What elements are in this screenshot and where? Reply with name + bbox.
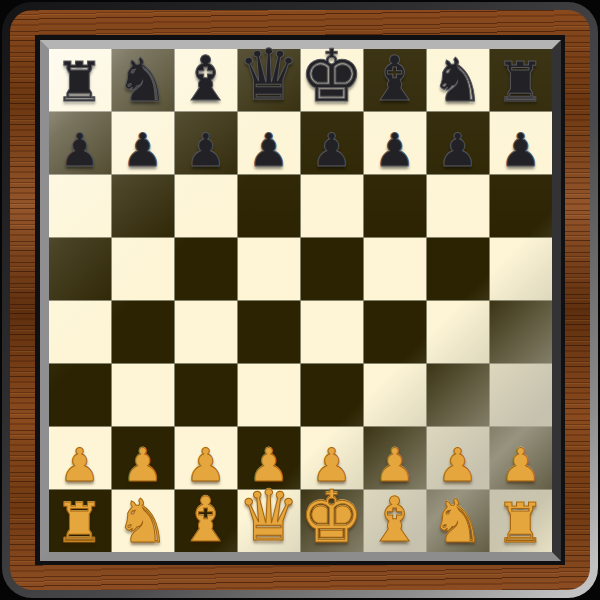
square-a3[interactable] — [49, 364, 111, 426]
piece-black-pawn-b7[interactable]: ♟ — [122, 127, 163, 173]
square-f1[interactable]: ♝ — [364, 490, 426, 552]
piece-black-bishop-c8[interactable]: ♝ — [178, 48, 234, 110]
piece-black-bishop-f8[interactable]: ♝ — [367, 48, 423, 110]
piece-black-king-e8[interactable]: ♚ — [299, 40, 364, 112]
piece-black-pawn-e7[interactable]: ♟ — [311, 127, 352, 173]
square-b8[interactable]: ♞ — [112, 49, 174, 111]
piece-black-knight-b8[interactable]: ♞ — [116, 50, 170, 110]
square-d4[interactable] — [238, 301, 300, 363]
piece-white-bishop-c1[interactable]: ♝ — [178, 489, 234, 551]
piece-black-rook-a8[interactable]: ♜ — [55, 55, 104, 110]
square-a6[interactable] — [49, 175, 111, 237]
chess-app: ♜♞♝♛♚♝♞♜♟♟♟♟♟♟♟♟♟♟♟♟♟♟♟♟♜♞♝♛♚♝♞♜ — [0, 0, 600, 600]
piece-black-rook-h8[interactable]: ♜ — [496, 55, 545, 110]
piece-white-pawn-g2[interactable]: ♟ — [437, 442, 478, 488]
square-c8[interactable]: ♝ — [175, 49, 237, 111]
piece-white-king-e1[interactable]: ♚ — [299, 481, 364, 553]
piece-black-pawn-f7[interactable]: ♟ — [374, 127, 415, 173]
square-g7[interactable]: ♟ — [427, 112, 489, 174]
square-e8[interactable]: ♚ — [301, 49, 363, 111]
square-h4[interactable] — [490, 301, 552, 363]
square-h6[interactable] — [490, 175, 552, 237]
square-b2[interactable]: ♟ — [112, 427, 174, 489]
square-d1[interactable]: ♛ — [238, 490, 300, 552]
piece-white-pawn-b2[interactable]: ♟ — [122, 442, 163, 488]
square-h2[interactable]: ♟ — [490, 427, 552, 489]
square-a1[interactable]: ♜ — [49, 490, 111, 552]
square-e4[interactable] — [301, 301, 363, 363]
square-g4[interactable] — [427, 301, 489, 363]
square-g5[interactable] — [427, 238, 489, 300]
square-g2[interactable]: ♟ — [427, 427, 489, 489]
square-h3[interactable] — [490, 364, 552, 426]
square-f3[interactable] — [364, 364, 426, 426]
square-b3[interactable] — [112, 364, 174, 426]
square-b1[interactable]: ♞ — [112, 490, 174, 552]
piece-black-pawn-c7[interactable]: ♟ — [185, 127, 226, 173]
piece-white-pawn-h2[interactable]: ♟ — [500, 442, 541, 488]
square-b4[interactable] — [112, 301, 174, 363]
board: ♜♞♝♛♚♝♞♜♟♟♟♟♟♟♟♟♟♟♟♟♟♟♟♟♜♞♝♛♚♝♞♜ — [49, 49, 552, 552]
piece-white-rook-h1[interactable]: ♜ — [496, 496, 545, 551]
square-f8[interactable]: ♝ — [364, 49, 426, 111]
board-bevel: ♜♞♝♛♚♝♞♜♟♟♟♟♟♟♟♟♟♟♟♟♟♟♟♟♜♞♝♛♚♝♞♜ — [40, 40, 561, 561]
square-g1[interactable]: ♞ — [427, 490, 489, 552]
square-a2[interactable]: ♟ — [49, 427, 111, 489]
square-d6[interactable] — [238, 175, 300, 237]
piece-black-queen-d8[interactable]: ♛ — [237, 40, 300, 110]
square-f7[interactable]: ♟ — [364, 112, 426, 174]
square-c3[interactable] — [175, 364, 237, 426]
piece-white-pawn-f2[interactable]: ♟ — [374, 442, 415, 488]
square-c2[interactable]: ♟ — [175, 427, 237, 489]
board-well: ♜♞♝♛♚♝♞♜♟♟♟♟♟♟♟♟♟♟♟♟♟♟♟♟♜♞♝♛♚♝♞♜ — [35, 35, 565, 565]
square-f2[interactable]: ♟ — [364, 427, 426, 489]
square-g3[interactable] — [427, 364, 489, 426]
square-h1[interactable]: ♜ — [490, 490, 552, 552]
piece-black-pawn-a7[interactable]: ♟ — [59, 127, 100, 173]
square-a4[interactable] — [49, 301, 111, 363]
square-h8[interactable]: ♜ — [490, 49, 552, 111]
piece-white-rook-a1[interactable]: ♜ — [55, 496, 104, 551]
square-d3[interactable] — [238, 364, 300, 426]
piece-white-pawn-a2[interactable]: ♟ — [59, 442, 100, 488]
piece-white-knight-g1[interactable]: ♞ — [431, 491, 485, 551]
square-e3[interactable] — [301, 364, 363, 426]
square-d8[interactable]: ♛ — [238, 49, 300, 111]
square-f5[interactable] — [364, 238, 426, 300]
square-f6[interactable] — [364, 175, 426, 237]
square-c7[interactable]: ♟ — [175, 112, 237, 174]
square-c1[interactable]: ♝ — [175, 490, 237, 552]
square-d7[interactable]: ♟ — [238, 112, 300, 174]
square-e6[interactable] — [301, 175, 363, 237]
square-a5[interactable] — [49, 238, 111, 300]
square-b5[interactable] — [112, 238, 174, 300]
piece-black-pawn-g7[interactable]: ♟ — [437, 127, 478, 173]
piece-white-bishop-f1[interactable]: ♝ — [367, 489, 423, 551]
square-e1[interactable]: ♚ — [301, 490, 363, 552]
piece-white-queen-d1[interactable]: ♛ — [237, 481, 300, 551]
piece-white-knight-b1[interactable]: ♞ — [116, 491, 170, 551]
square-a7[interactable]: ♟ — [49, 112, 111, 174]
square-h5[interactable] — [490, 238, 552, 300]
piece-white-pawn-c2[interactable]: ♟ — [185, 442, 226, 488]
square-b7[interactable]: ♟ — [112, 112, 174, 174]
square-d5[interactable] — [238, 238, 300, 300]
square-b6[interactable] — [112, 175, 174, 237]
square-f4[interactable] — [364, 301, 426, 363]
square-c4[interactable] — [175, 301, 237, 363]
square-g8[interactable]: ♞ — [427, 49, 489, 111]
square-e5[interactable] — [301, 238, 363, 300]
piece-black-pawn-h7[interactable]: ♟ — [500, 127, 541, 173]
square-e7[interactable]: ♟ — [301, 112, 363, 174]
square-h7[interactable]: ♟ — [490, 112, 552, 174]
piece-black-pawn-d7[interactable]: ♟ — [248, 127, 289, 173]
piece-black-knight-g8[interactable]: ♞ — [431, 50, 485, 110]
square-a8[interactable]: ♜ — [49, 49, 111, 111]
square-c6[interactable] — [175, 175, 237, 237]
square-c5[interactable] — [175, 238, 237, 300]
square-g6[interactable] — [427, 175, 489, 237]
